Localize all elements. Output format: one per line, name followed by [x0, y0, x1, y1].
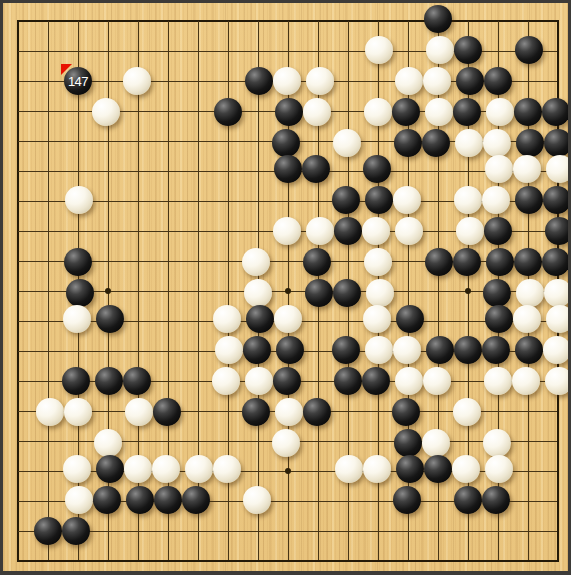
white-stone	[362, 217, 390, 245]
black-stone	[514, 98, 542, 126]
white-stone	[274, 305, 302, 333]
black-stone	[425, 248, 453, 276]
white-stone	[65, 186, 93, 214]
black-stone	[303, 248, 331, 276]
white-stone	[393, 186, 421, 214]
white-stone	[485, 455, 513, 483]
white-stone	[546, 155, 571, 183]
white-stone	[125, 398, 153, 426]
white-stone	[513, 305, 541, 333]
white-stone	[454, 186, 482, 214]
black-stone	[334, 367, 362, 395]
move-number-label: 147	[64, 67, 92, 95]
black-stone	[484, 217, 512, 245]
black-stone	[303, 398, 331, 426]
black-stone	[246, 305, 274, 333]
white-stone	[94, 429, 122, 457]
black-stone	[334, 217, 362, 245]
white-stone	[545, 367, 571, 395]
white-stone	[393, 336, 421, 364]
white-stone	[516, 279, 544, 307]
black-stone	[272, 129, 300, 157]
white-stone	[92, 98, 120, 126]
white-stone	[244, 279, 272, 307]
white-stone	[512, 367, 540, 395]
white-stone	[543, 336, 571, 364]
white-stone	[363, 305, 391, 333]
black-stone	[62, 517, 90, 545]
white-stone	[395, 217, 423, 245]
black-stone	[332, 186, 360, 214]
black-stone	[422, 129, 450, 157]
black-stone	[394, 429, 422, 457]
black-stone	[182, 486, 210, 514]
black-stone	[302, 155, 330, 183]
white-stone	[243, 486, 271, 514]
white-stone	[306, 67, 334, 95]
white-stone	[366, 279, 394, 307]
black-stone	[483, 279, 511, 307]
black-stone	[153, 398, 181, 426]
black-stone	[365, 186, 393, 214]
white-stone	[482, 186, 510, 214]
black-stone	[242, 398, 270, 426]
black-stone	[154, 486, 182, 514]
black-stone	[275, 98, 303, 126]
star-point	[465, 288, 471, 294]
white-stone	[483, 429, 511, 457]
white-stone	[395, 367, 423, 395]
white-stone	[544, 279, 571, 307]
black-stone	[276, 336, 304, 364]
white-stone	[484, 367, 512, 395]
black-stone	[126, 486, 154, 514]
black-stone	[96, 455, 124, 483]
black-stone	[332, 336, 360, 364]
white-stone	[423, 67, 451, 95]
black-stone	[482, 486, 510, 514]
white-stone	[64, 398, 92, 426]
white-stone	[513, 155, 541, 183]
star-point	[105, 288, 111, 294]
black-stone	[243, 336, 271, 364]
white-stone	[426, 36, 454, 64]
grid-line-horizontal	[17, 560, 559, 562]
black-stone	[392, 98, 420, 126]
white-stone	[212, 367, 240, 395]
white-stone	[364, 98, 392, 126]
black-stone	[64, 248, 92, 276]
white-stone	[306, 217, 334, 245]
grid-line-horizontal	[18, 531, 559, 532]
white-stone	[123, 67, 151, 95]
white-stone	[215, 336, 243, 364]
star-point	[285, 468, 291, 474]
white-stone	[185, 455, 213, 483]
white-stone	[363, 455, 391, 483]
black-stone	[392, 398, 420, 426]
black-stone	[454, 36, 482, 64]
white-stone	[483, 129, 511, 157]
black-stone	[394, 129, 422, 157]
black-stone	[396, 305, 424, 333]
black-stone	[516, 129, 544, 157]
black-stone	[66, 279, 94, 307]
white-stone	[365, 336, 393, 364]
black-stone	[96, 305, 124, 333]
white-stone	[333, 129, 361, 157]
black-stone	[544, 129, 571, 157]
black-stone	[62, 367, 90, 395]
black-stone	[515, 186, 543, 214]
white-stone	[486, 98, 514, 126]
black-stone	[453, 98, 481, 126]
black-stone	[485, 305, 513, 333]
black-stone	[515, 36, 543, 64]
screenshot-frame: 147	[0, 0, 571, 575]
black-stone	[214, 98, 242, 126]
black-stone	[95, 367, 123, 395]
white-stone	[452, 455, 480, 483]
white-stone	[152, 455, 180, 483]
black-stone	[482, 336, 510, 364]
black-stone-last-move: 147	[64, 67, 92, 95]
white-stone	[273, 217, 301, 245]
black-stone	[363, 155, 391, 183]
black-stone	[305, 279, 333, 307]
black-stone	[515, 336, 543, 364]
black-stone	[424, 455, 452, 483]
black-stone	[93, 486, 121, 514]
black-stone	[274, 155, 302, 183]
white-stone	[455, 129, 483, 157]
black-stone	[362, 367, 390, 395]
black-stone	[454, 336, 482, 364]
black-stone	[273, 367, 301, 395]
black-stone	[543, 186, 571, 214]
white-stone	[63, 305, 91, 333]
black-stone	[34, 517, 62, 545]
white-stone	[395, 67, 423, 95]
black-stone	[453, 248, 481, 276]
white-stone	[422, 429, 450, 457]
white-stone	[36, 398, 64, 426]
black-stone	[426, 336, 454, 364]
black-stone	[542, 98, 570, 126]
white-stone	[213, 305, 241, 333]
white-stone	[364, 248, 392, 276]
star-point	[285, 288, 291, 294]
black-stone	[486, 248, 514, 276]
white-stone	[273, 67, 301, 95]
white-stone	[425, 98, 453, 126]
black-stone	[456, 67, 484, 95]
white-stone	[546, 305, 571, 333]
black-stone	[542, 248, 570, 276]
white-stone	[245, 367, 273, 395]
white-stone	[453, 398, 481, 426]
white-stone	[65, 486, 93, 514]
black-stone	[333, 279, 361, 307]
white-stone	[365, 36, 393, 64]
black-stone	[396, 455, 424, 483]
black-stone	[514, 248, 542, 276]
white-stone	[63, 455, 91, 483]
white-stone	[275, 398, 303, 426]
white-stone	[242, 248, 270, 276]
black-stone	[123, 367, 151, 395]
black-stone	[424, 5, 452, 33]
black-stone	[454, 486, 482, 514]
white-stone	[213, 455, 241, 483]
white-stone	[456, 217, 484, 245]
black-stone	[393, 486, 421, 514]
white-stone	[423, 367, 451, 395]
white-stone	[303, 98, 331, 126]
white-stone	[485, 155, 513, 183]
white-stone	[124, 455, 152, 483]
black-stone	[545, 217, 571, 245]
black-stone	[245, 67, 273, 95]
black-stone	[484, 67, 512, 95]
white-stone	[335, 455, 363, 483]
go-board[interactable]: 147	[3, 3, 568, 571]
white-stone	[272, 429, 300, 457]
